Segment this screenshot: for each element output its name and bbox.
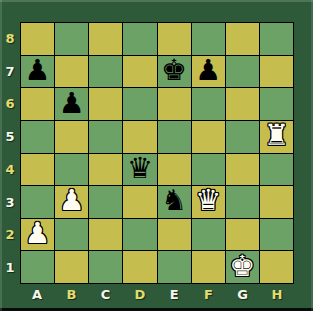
square-c8[interactable] bbox=[89, 23, 122, 55]
rank-label-7: 7 bbox=[0, 55, 20, 88]
square-c2[interactable] bbox=[89, 219, 122, 251]
square-g3[interactable] bbox=[226, 186, 259, 218]
square-a1[interactable] bbox=[21, 251, 54, 283]
square-c6[interactable] bbox=[89, 88, 122, 120]
piece-black-knight[interactable]: ♞ bbox=[161, 186, 187, 215]
square-d5[interactable] bbox=[123, 121, 156, 153]
square-f2[interactable] bbox=[192, 219, 225, 251]
square-a5[interactable] bbox=[21, 121, 54, 153]
square-f5[interactable] bbox=[192, 121, 225, 153]
square-e6[interactable] bbox=[158, 88, 191, 120]
piece-white-pawn[interactable]: ♟ bbox=[25, 219, 51, 248]
square-e8[interactable] bbox=[158, 23, 191, 55]
chess-board-frame: 87654321 ♟♚♟♟♜♛♟♞♛♟♚ ABCDEFGH bbox=[0, 0, 313, 311]
square-d7[interactable] bbox=[123, 56, 156, 88]
square-b5[interactable] bbox=[55, 121, 88, 153]
square-e2[interactable] bbox=[158, 219, 191, 251]
piece-black-queen[interactable]: ♛ bbox=[127, 154, 153, 183]
square-f7[interactable]: ♟ bbox=[192, 56, 225, 88]
square-g7[interactable] bbox=[226, 56, 259, 88]
piece-black-pawn[interactable]: ♟ bbox=[195, 56, 221, 85]
square-f3[interactable]: ♛ bbox=[192, 186, 225, 218]
piece-black-pawn[interactable]: ♟ bbox=[25, 56, 51, 85]
square-b4[interactable] bbox=[55, 154, 88, 186]
square-c1[interactable] bbox=[89, 251, 122, 283]
square-c5[interactable] bbox=[89, 121, 122, 153]
square-d3[interactable] bbox=[123, 186, 156, 218]
square-c4[interactable] bbox=[89, 154, 122, 186]
file-label-f: F bbox=[191, 283, 225, 306]
piece-white-queen[interactable]: ♛ bbox=[195, 186, 221, 215]
piece-white-pawn[interactable]: ♟ bbox=[59, 186, 85, 215]
square-a8[interactable] bbox=[21, 23, 54, 55]
square-f6[interactable] bbox=[192, 88, 225, 120]
square-c7[interactable] bbox=[89, 56, 122, 88]
square-h6[interactable] bbox=[260, 88, 293, 120]
square-e5[interactable] bbox=[158, 121, 191, 153]
square-g5[interactable] bbox=[226, 121, 259, 153]
piece-black-king[interactable]: ♚ bbox=[161, 56, 187, 85]
square-h4[interactable] bbox=[260, 154, 293, 186]
file-label-b: B bbox=[54, 283, 88, 306]
square-b7[interactable] bbox=[55, 56, 88, 88]
piece-white-rook[interactable]: ♜ bbox=[263, 121, 289, 150]
square-e1[interactable] bbox=[158, 251, 191, 283]
file-label-a: A bbox=[20, 283, 54, 306]
square-f4[interactable] bbox=[192, 154, 225, 186]
rank-label-4: 4 bbox=[0, 153, 20, 186]
square-g1[interactable]: ♚ bbox=[226, 251, 259, 283]
square-a3[interactable] bbox=[21, 186, 54, 218]
square-d4[interactable]: ♛ bbox=[123, 154, 156, 186]
file-label-c: C bbox=[89, 283, 123, 306]
square-b2[interactable] bbox=[55, 219, 88, 251]
chess-board: ♟♚♟♟♜♛♟♞♛♟♚ bbox=[20, 22, 294, 284]
square-g8[interactable] bbox=[226, 23, 259, 55]
square-c3[interactable] bbox=[89, 186, 122, 218]
rank-label-6: 6 bbox=[0, 88, 20, 121]
square-g2[interactable] bbox=[226, 219, 259, 251]
square-d1[interactable] bbox=[123, 251, 156, 283]
file-labels: ABCDEFGH bbox=[20, 283, 294, 306]
square-h1[interactable] bbox=[260, 251, 293, 283]
piece-white-king[interactable]: ♚ bbox=[229, 252, 255, 281]
square-f8[interactable] bbox=[192, 23, 225, 55]
square-b1[interactable] bbox=[55, 251, 88, 283]
square-g4[interactable] bbox=[226, 154, 259, 186]
square-a7[interactable]: ♟ bbox=[21, 56, 54, 88]
square-b3[interactable]: ♟ bbox=[55, 186, 88, 218]
file-label-g: G bbox=[226, 283, 260, 306]
file-label-d: D bbox=[123, 283, 157, 306]
rank-label-3: 3 bbox=[0, 186, 20, 219]
square-f1[interactable] bbox=[192, 251, 225, 283]
rank-label-1: 1 bbox=[0, 251, 20, 284]
rank-label-2: 2 bbox=[0, 219, 20, 252]
square-a4[interactable] bbox=[21, 154, 54, 186]
square-d6[interactable] bbox=[123, 88, 156, 120]
square-h3[interactable] bbox=[260, 186, 293, 218]
square-e7[interactable]: ♚ bbox=[158, 56, 191, 88]
square-a2[interactable]: ♟ bbox=[21, 219, 54, 251]
rank-label-8: 8 bbox=[0, 22, 20, 55]
square-a6[interactable] bbox=[21, 88, 54, 120]
rank-label-5: 5 bbox=[0, 120, 20, 153]
piece-black-pawn[interactable]: ♟ bbox=[59, 89, 85, 118]
file-label-h: H bbox=[260, 283, 294, 306]
square-h7[interactable] bbox=[260, 56, 293, 88]
square-h2[interactable] bbox=[260, 219, 293, 251]
square-h8[interactable] bbox=[260, 23, 293, 55]
square-h5[interactable]: ♜ bbox=[260, 121, 293, 153]
square-e3[interactable]: ♞ bbox=[158, 186, 191, 218]
square-b8[interactable] bbox=[55, 23, 88, 55]
square-d2[interactable] bbox=[123, 219, 156, 251]
file-label-e: E bbox=[157, 283, 191, 306]
square-d8[interactable] bbox=[123, 23, 156, 55]
square-e4[interactable] bbox=[158, 154, 191, 186]
rank-labels: 87654321 bbox=[0, 22, 20, 284]
square-g6[interactable] bbox=[226, 88, 259, 120]
square-b6[interactable]: ♟ bbox=[55, 88, 88, 120]
